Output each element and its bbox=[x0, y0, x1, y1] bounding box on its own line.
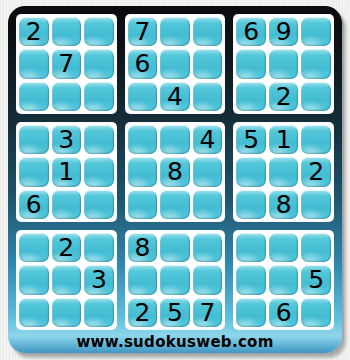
cell-r1c7[interactable]: 6 bbox=[236, 17, 266, 46]
cell-r3c6[interactable] bbox=[193, 82, 223, 111]
cell-r8c2[interactable] bbox=[52, 265, 82, 294]
cell-r5c4[interactable] bbox=[128, 157, 158, 186]
cell-r4c9[interactable] bbox=[301, 125, 331, 154]
cell-r4c7[interactable]: 5 bbox=[236, 125, 266, 154]
cell-r2c6[interactable] bbox=[193, 49, 223, 78]
cell-r7c5[interactable] bbox=[160, 233, 190, 262]
cell-r7c3[interactable] bbox=[84, 233, 114, 262]
cell-r4c4[interactable] bbox=[128, 125, 158, 154]
cell-r4c1[interactable] bbox=[19, 125, 49, 154]
cell-r6c7[interactable] bbox=[236, 190, 266, 219]
cell-r4c6[interactable]: 4 bbox=[193, 125, 223, 154]
cell-r3c8[interactable]: 2 bbox=[269, 82, 299, 111]
cell-r7c1[interactable] bbox=[19, 233, 49, 262]
cell-r8c3[interactable]: 3 bbox=[84, 265, 114, 294]
cell-r8c6[interactable] bbox=[193, 265, 223, 294]
cell-r8c5[interactable] bbox=[160, 265, 190, 294]
cell-r4c2[interactable]: 3 bbox=[52, 125, 82, 154]
cell-r8c4[interactable] bbox=[128, 265, 158, 294]
cell-r6c9[interactable] bbox=[301, 190, 331, 219]
cell-r5c7[interactable] bbox=[236, 157, 266, 186]
box-r3c2: 8257 bbox=[125, 230, 226, 330]
cell-r2c4[interactable]: 6 bbox=[128, 49, 158, 78]
box-r2c1: 316 bbox=[16, 122, 117, 222]
cell-r5c1[interactable] bbox=[19, 157, 49, 186]
sudoku-board: 2776469231648512823825756 www.sudokusweb… bbox=[8, 6, 342, 353]
cell-r8c9[interactable]: 5 bbox=[301, 265, 331, 294]
cell-r5c9[interactable]: 2 bbox=[301, 157, 331, 186]
cell-r2c9[interactable] bbox=[301, 49, 331, 78]
cell-r7c9[interactable] bbox=[301, 233, 331, 262]
cell-r2c2[interactable]: 7 bbox=[52, 49, 82, 78]
sudoku-grid: 2776469231648512823825756 bbox=[16, 14, 334, 330]
site-url-label: www.sudokusweb.com bbox=[16, 330, 334, 353]
cell-r3c1[interactable] bbox=[19, 82, 49, 111]
cell-r9c9[interactable] bbox=[301, 298, 331, 327]
box-r3c1: 23 bbox=[16, 230, 117, 330]
cell-r8c7[interactable] bbox=[236, 265, 266, 294]
box-r2c3: 5128 bbox=[233, 122, 334, 222]
cell-r4c8[interactable]: 1 bbox=[269, 125, 299, 154]
cell-r8c1[interactable] bbox=[19, 265, 49, 294]
cell-r1c3[interactable] bbox=[84, 17, 114, 46]
cell-r4c5[interactable] bbox=[160, 125, 190, 154]
box-r1c1: 27 bbox=[16, 14, 117, 114]
cell-r9c8[interactable]: 6 bbox=[269, 298, 299, 327]
cell-r6c3[interactable] bbox=[84, 190, 114, 219]
cell-r7c8[interactable] bbox=[269, 233, 299, 262]
box-r1c3: 692 bbox=[233, 14, 334, 114]
cell-r1c1[interactable]: 2 bbox=[19, 17, 49, 46]
cell-r6c2[interactable] bbox=[52, 190, 82, 219]
cell-r4c3[interactable] bbox=[84, 125, 114, 154]
cell-r9c2[interactable] bbox=[52, 298, 82, 327]
cell-r6c1[interactable]: 6 bbox=[19, 190, 49, 219]
cell-r5c5[interactable]: 8 bbox=[160, 157, 190, 186]
cell-r8c8[interactable] bbox=[269, 265, 299, 294]
cell-r7c4[interactable]: 8 bbox=[128, 233, 158, 262]
cell-r9c1[interactable] bbox=[19, 298, 49, 327]
cell-r7c2[interactable]: 2 bbox=[52, 233, 82, 262]
cell-r6c6[interactable] bbox=[193, 190, 223, 219]
cell-r9c5[interactable]: 5 bbox=[160, 298, 190, 327]
cell-r1c8[interactable]: 9 bbox=[269, 17, 299, 46]
cell-r1c4[interactable]: 7 bbox=[128, 17, 158, 46]
cell-r3c5[interactable]: 4 bbox=[160, 82, 190, 111]
cell-r2c3[interactable] bbox=[84, 49, 114, 78]
cell-r1c9[interactable] bbox=[301, 17, 331, 46]
cell-r3c7[interactable] bbox=[236, 82, 266, 111]
cell-r9c4[interactable]: 2 bbox=[128, 298, 158, 327]
cell-r1c6[interactable] bbox=[193, 17, 223, 46]
cell-r2c1[interactable] bbox=[19, 49, 49, 78]
cell-r7c6[interactable] bbox=[193, 233, 223, 262]
cell-r9c6[interactable]: 7 bbox=[193, 298, 223, 327]
cell-r9c7[interactable] bbox=[236, 298, 266, 327]
box-r2c2: 48 bbox=[125, 122, 226, 222]
cell-r2c7[interactable] bbox=[236, 49, 266, 78]
cell-r5c8[interactable] bbox=[269, 157, 299, 186]
cell-r6c8[interactable]: 8 bbox=[269, 190, 299, 219]
cell-r9c3[interactable] bbox=[84, 298, 114, 327]
cell-r3c9[interactable] bbox=[301, 82, 331, 111]
box-r1c2: 764 bbox=[125, 14, 226, 114]
box-r3c3: 56 bbox=[233, 230, 334, 330]
cell-r3c4[interactable] bbox=[128, 82, 158, 111]
cell-r2c8[interactable] bbox=[269, 49, 299, 78]
cell-r3c3[interactable] bbox=[84, 82, 114, 111]
cell-r5c2[interactable]: 1 bbox=[52, 157, 82, 186]
cell-r6c4[interactable] bbox=[128, 190, 158, 219]
cell-r1c2[interactable] bbox=[52, 17, 82, 46]
cell-r5c3[interactable] bbox=[84, 157, 114, 186]
cell-r7c7[interactable] bbox=[236, 233, 266, 262]
cell-r6c5[interactable] bbox=[160, 190, 190, 219]
cell-r2c5[interactable] bbox=[160, 49, 190, 78]
cell-r3c2[interactable] bbox=[52, 82, 82, 111]
cell-r5c6[interactable] bbox=[193, 157, 223, 186]
cell-r1c5[interactable] bbox=[160, 17, 190, 46]
